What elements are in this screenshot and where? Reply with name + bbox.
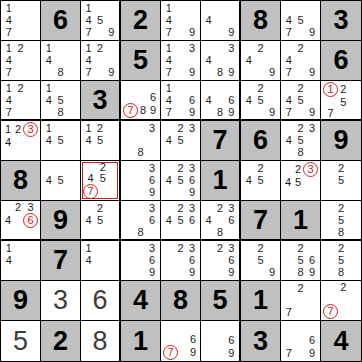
empty-candidate-slot bbox=[106, 214, 117, 226]
empty-candidate-slot bbox=[203, 347, 214, 360]
given-digit: 1 bbox=[293, 207, 308, 234]
candidate-2: 2 bbox=[175, 122, 187, 134]
given-digit: 1 bbox=[212, 167, 227, 194]
cell-r7c3[interactable]: 14 bbox=[81, 241, 121, 281]
candidate-1: 1 bbox=[3, 42, 15, 54]
empty-candidate-slot bbox=[55, 54, 67, 66]
candidate-grid: 1257 bbox=[321, 81, 361, 119]
candidate-8: 8 bbox=[335, 267, 347, 279]
candidate-8: 8 bbox=[55, 67, 67, 79]
cell-r4c5[interactable]: 2345 bbox=[161, 121, 201, 161]
cell-r1c1[interactable]: 147 bbox=[1, 1, 41, 41]
empty-candidate-slot bbox=[338, 108, 349, 119]
candidate-5: 5 bbox=[98, 173, 108, 184]
cell-r3c7[interactable]: 2459 bbox=[241, 81, 281, 121]
empty-candidate-slot bbox=[3, 202, 13, 213]
cell-r7c6[interactable]: 2369 bbox=[201, 241, 241, 281]
candidate-grid: 2479 bbox=[281, 41, 320, 80]
candidate-9: 9 bbox=[306, 27, 318, 39]
empty-candidate-slot bbox=[203, 202, 214, 214]
empty-candidate-slot bbox=[23, 228, 38, 238]
empty-candidate-slot bbox=[295, 322, 307, 335]
candidate-grid: 13479 bbox=[161, 41, 200, 80]
empty-candidate-slot bbox=[203, 335, 214, 348]
candidate-2: 2 bbox=[335, 202, 347, 214]
cell-r3c6[interactable]: 4689 bbox=[201, 81, 241, 121]
empty-candidate-slot bbox=[266, 162, 278, 174]
empty-candidate-slot bbox=[203, 242, 214, 254]
cell-r8c3[interactable]: 6 bbox=[81, 281, 121, 321]
candidate-8: 8 bbox=[135, 147, 147, 159]
candidate-4: 4 bbox=[283, 134, 295, 146]
empty-candidate-slot bbox=[226, 54, 237, 66]
empty-candidate-slot bbox=[94, 242, 105, 254]
red-circled-candidate-7: 7 bbox=[123, 103, 138, 118]
candidate-9: 9 bbox=[226, 347, 237, 360]
empty-candidate-slot bbox=[243, 187, 255, 199]
empty-candidate-slot bbox=[323, 254, 335, 266]
candidate-5: 5 bbox=[293, 177, 303, 188]
candidate-2: 2 bbox=[175, 242, 187, 254]
cell-r3c2[interactable]: 1458 bbox=[41, 81, 81, 121]
candidate-4: 4 bbox=[243, 54, 255, 66]
candidate-4: 4 bbox=[3, 54, 15, 66]
candidate-9: 9 bbox=[306, 67, 318, 79]
empty-candidate-slot bbox=[138, 92, 148, 103]
candidate-grid: 234569 bbox=[161, 161, 200, 200]
candidate-grid: 258 bbox=[321, 241, 361, 280]
empty-candidate-slot bbox=[26, 2, 38, 14]
cell-r4c1[interactable]: 1234 bbox=[1, 121, 41, 161]
empty-candidate-slot bbox=[123, 134, 135, 146]
empty-candidate-slot bbox=[214, 82, 225, 94]
given-digit: 9 bbox=[53, 207, 68, 234]
empty-candidate-slot bbox=[123, 242, 135, 254]
cell-r5c6[interactable]: 1 bbox=[201, 161, 241, 201]
given-digit: 3 bbox=[253, 328, 268, 355]
candidate-9: 9 bbox=[226, 106, 237, 118]
empty-candidate-slot bbox=[175, 267, 187, 279]
cell-r9c4[interactable]: 1 bbox=[121, 321, 161, 361]
given-digit: 8 bbox=[173, 287, 188, 314]
empty-candidate-slot bbox=[83, 147, 94, 159]
empty-candidate-slot bbox=[243, 267, 255, 279]
cell-r9c3[interactable]: 8 bbox=[81, 321, 121, 361]
empty-candidate-slot bbox=[188, 322, 198, 334]
cell-r2c8[interactable]: 2479 bbox=[281, 41, 321, 81]
cell-r9c5[interactable]: 679 bbox=[161, 321, 201, 361]
candidate-2: 2 bbox=[13, 202, 23, 213]
candidate-7: 7 bbox=[283, 27, 295, 39]
candidate-4: 4 bbox=[163, 134, 175, 146]
candidate-7: 7 bbox=[283, 67, 295, 79]
cell-r6c1[interactable]: 2346 bbox=[1, 201, 41, 241]
candidate-grid: 23458 bbox=[281, 121, 320, 160]
empty-candidate-slot bbox=[66, 67, 78, 79]
cell-r6c5[interactable]: 23456 bbox=[161, 201, 201, 241]
cell-r8c7[interactable]: 1 bbox=[241, 281, 281, 321]
cell-r6c8[interactable]: 1 bbox=[281, 201, 321, 241]
empty-candidate-slot bbox=[123, 214, 135, 226]
cell-r2c6[interactable]: 3489 bbox=[201, 41, 241, 81]
cell-r1c8[interactable]: 4579 bbox=[281, 1, 321, 41]
empty-candidate-slot bbox=[323, 202, 335, 214]
empty-candidate-slot bbox=[347, 187, 359, 199]
empty-candidate-slot bbox=[175, 94, 187, 106]
empty-candidate-slot bbox=[283, 2, 295, 14]
candidate-4: 4 bbox=[83, 254, 94, 266]
empty-candidate-slot bbox=[135, 162, 147, 174]
empty-candidate-slot bbox=[226, 14, 237, 26]
candidate-grid: 27 bbox=[321, 281, 361, 320]
empty-candidate-slot bbox=[266, 94, 278, 106]
candidate-9: 9 bbox=[186, 67, 198, 79]
candidate-grid: 369 bbox=[121, 241, 160, 280]
candidate-grid: 25689 bbox=[281, 241, 320, 280]
empty-candidate-slot bbox=[66, 134, 78, 146]
solved-digit: 3 bbox=[53, 287, 68, 314]
cell-r5c8[interactable]: 2345 bbox=[281, 161, 321, 201]
candidate-7: 7 bbox=[3, 67, 15, 79]
candidate-grid: 4579 bbox=[281, 1, 320, 40]
candidate-4: 4 bbox=[283, 14, 295, 26]
cell-r7c1[interactable]: 14 bbox=[1, 241, 41, 281]
empty-candidate-slot bbox=[175, 54, 187, 66]
empty-candidate-slot bbox=[106, 147, 117, 159]
candidate-3: 3 bbox=[146, 242, 158, 254]
candidate-slot-7: 7 bbox=[323, 304, 338, 319]
cell-r3c4[interactable]: 6789 bbox=[121, 81, 161, 121]
candidate-grid: 12479 bbox=[81, 41, 119, 80]
empty-candidate-slot bbox=[295, 27, 307, 39]
candidate-grid: 1479 bbox=[161, 1, 200, 40]
cell-r5c7[interactable]: 245 bbox=[241, 161, 281, 201]
candidate-grid: 49 bbox=[201, 1, 239, 40]
cell-r5c1[interactable]: 8 bbox=[1, 161, 41, 201]
cell-r5c5[interactable]: 234569 bbox=[161, 161, 201, 201]
cell-r8c9[interactable]: 27 bbox=[321, 281, 361, 321]
empty-candidate-slot bbox=[323, 267, 335, 279]
cell-r4c6[interactable]: 7 bbox=[201, 121, 241, 161]
empty-candidate-slot bbox=[55, 162, 67, 174]
candidate-2: 2 bbox=[335, 162, 347, 174]
candidate-4: 4 bbox=[283, 94, 295, 106]
empty-candidate-slot bbox=[323, 293, 338, 304]
empty-candidate-slot bbox=[106, 202, 117, 214]
candidate-1: 1 bbox=[83, 122, 94, 134]
candidate-2: 2 bbox=[295, 242, 307, 254]
candidate-grid: 14579 bbox=[81, 1, 119, 40]
candidate-slot-3: 3 bbox=[303, 162, 318, 177]
cell-r4c9[interactable]: 9 bbox=[321, 121, 361, 161]
empty-candidate-slot bbox=[306, 242, 318, 254]
cell-r2c7[interactable]: 249 bbox=[241, 41, 281, 81]
empty-candidate-slot bbox=[15, 267, 27, 279]
cell-r7c8[interactable]: 25689 bbox=[281, 241, 321, 281]
empty-candidate-slot bbox=[283, 322, 295, 335]
empty-candidate-slot bbox=[306, 307, 318, 319]
red-circled-candidate-6: 6 bbox=[23, 213, 38, 228]
cell-r2c4[interactable]: 5 bbox=[121, 41, 161, 81]
empty-candidate-slot bbox=[26, 94, 38, 106]
cell-r1c7[interactable]: 8 bbox=[241, 1, 281, 41]
candidate-4: 4 bbox=[203, 54, 214, 66]
empty-candidate-slot bbox=[226, 226, 237, 238]
candidate-9: 9 bbox=[106, 27, 117, 39]
empty-candidate-slot bbox=[15, 14, 27, 26]
empty-candidate-slot bbox=[94, 27, 105, 39]
candidate-5: 5 bbox=[55, 94, 67, 106]
empty-candidate-slot bbox=[203, 322, 214, 335]
empty-candidate-slot bbox=[186, 147, 198, 159]
empty-candidate-slot bbox=[43, 67, 55, 79]
cell-r3c1[interactable]: 1247 bbox=[1, 81, 41, 121]
candidate-8: 8 bbox=[138, 103, 148, 118]
candidate-4: 4 bbox=[203, 94, 214, 106]
given-digit: 3 bbox=[333, 7, 348, 34]
candidate-2: 2 bbox=[295, 82, 307, 94]
candidate-6: 6 bbox=[226, 335, 237, 348]
cell-r7c5[interactable]: 2369 bbox=[161, 241, 201, 281]
empty-candidate-slot bbox=[186, 14, 198, 26]
candidate-grid: 1247 bbox=[1, 41, 40, 80]
candidate-9: 9 bbox=[146, 187, 158, 199]
empty-candidate-slot bbox=[214, 2, 225, 14]
candidate-8: 8 bbox=[214, 67, 225, 79]
empty-candidate-slot bbox=[255, 267, 267, 279]
candidate-grid: 1245 bbox=[81, 121, 119, 160]
empty-candidate-slot bbox=[175, 254, 187, 266]
empty-candidate-slot bbox=[135, 202, 147, 214]
empty-candidate-slot bbox=[306, 147, 318, 159]
candidate-4: 4 bbox=[3, 14, 15, 26]
cell-r8c2[interactable]: 3 bbox=[41, 281, 81, 321]
empty-candidate-slot bbox=[66, 54, 78, 66]
candidate-5: 5 bbox=[55, 134, 67, 146]
empty-candidate-slot bbox=[135, 174, 147, 186]
empty-candidate-slot bbox=[347, 226, 359, 238]
cell-r5c3[interactable]: 2457 bbox=[81, 161, 121, 201]
cell-r3c5[interactable]: 14679 bbox=[161, 81, 201, 121]
candidate-7: 7 bbox=[163, 67, 175, 79]
cell-r6c2[interactable]: 9 bbox=[41, 201, 81, 241]
cell-r9c8[interactable]: 679 bbox=[281, 321, 321, 361]
cell-r7c2[interactable]: 7 bbox=[41, 241, 81, 281]
cell-r9c2[interactable]: 2 bbox=[41, 321, 81, 361]
cell-r3c3[interactable]: 3 bbox=[81, 81, 121, 121]
candidate-grid: 368 bbox=[121, 201, 160, 239]
cell-r2c2[interactable]: 148 bbox=[41, 41, 81, 81]
candidate-1: 1 bbox=[43, 42, 55, 54]
empty-candidate-slot bbox=[283, 254, 295, 266]
cell-r1c2[interactable]: 6 bbox=[41, 1, 81, 41]
cell-r2c5[interactable]: 13479 bbox=[161, 41, 201, 81]
cell-r8c5[interactable]: 8 bbox=[161, 281, 201, 321]
empty-candidate-slot bbox=[283, 147, 295, 159]
cell-r6c3[interactable]: 245 bbox=[81, 201, 121, 241]
empty-candidate-slot bbox=[349, 97, 360, 108]
empty-candidate-slot bbox=[108, 184, 118, 199]
empty-candidate-slot bbox=[26, 54, 38, 66]
candidate-6: 6 bbox=[306, 254, 318, 266]
cell-r1c9[interactable]: 3 bbox=[321, 1, 361, 41]
empty-candidate-slot bbox=[13, 213, 23, 228]
empty-candidate-slot bbox=[283, 242, 295, 254]
empty-candidate-slot bbox=[306, 294, 318, 306]
cell-r1c3[interactable]: 14579 bbox=[81, 1, 121, 41]
empty-candidate-slot bbox=[26, 42, 38, 54]
cell-r3c9[interactable]: 1257 bbox=[321, 81, 361, 121]
cell-r5c9[interactable]: 25 bbox=[321, 161, 361, 201]
candidate-2: 2 bbox=[214, 242, 225, 254]
empty-candidate-slot bbox=[323, 214, 335, 226]
empty-candidate-slot bbox=[266, 42, 278, 54]
cell-r9c9[interactable]: 4 bbox=[321, 321, 361, 361]
candidate-7: 7 bbox=[3, 106, 15, 118]
cell-r6c9[interactable]: 258 bbox=[321, 201, 361, 241]
cell-r1c4[interactable]: 2 bbox=[121, 1, 161, 41]
empty-candidate-slot bbox=[3, 267, 15, 279]
cell-r1c6[interactable]: 49 bbox=[201, 1, 241, 41]
empty-candidate-slot bbox=[94, 254, 105, 266]
cell-r7c9[interactable]: 258 bbox=[321, 241, 361, 281]
candidate-2: 2 bbox=[338, 282, 349, 293]
cell-r2c3[interactable]: 12479 bbox=[81, 41, 121, 81]
candidate-2: 2 bbox=[295, 282, 307, 294]
given-digit: 7 bbox=[253, 207, 268, 234]
empty-candidate-slot bbox=[123, 187, 135, 199]
cell-r9c7[interactable]: 3 bbox=[241, 321, 281, 361]
cell-r5c4[interactable]: 369 bbox=[121, 161, 161, 201]
empty-candidate-slot bbox=[13, 228, 23, 238]
cell-r8c8[interactable]: 27 bbox=[281, 281, 321, 321]
candidate-4: 4 bbox=[283, 54, 295, 66]
candidate-slot-3: 3 bbox=[23, 122, 38, 137]
empty-candidate-slot bbox=[135, 214, 147, 226]
cell-r7c7[interactable]: 259 bbox=[241, 241, 281, 281]
red-circled-candidate-3: 3 bbox=[303, 162, 318, 177]
empty-candidate-slot bbox=[123, 92, 138, 103]
candidate-4: 4 bbox=[3, 254, 15, 266]
empty-candidate-slot bbox=[175, 147, 187, 159]
candidate-7: 7 bbox=[3, 27, 15, 39]
empty-candidate-slot bbox=[123, 254, 135, 266]
red-circled-candidate-7: 7 bbox=[323, 304, 338, 319]
candidate-5: 5 bbox=[295, 14, 307, 26]
cell-r7c4[interactable]: 369 bbox=[121, 241, 161, 281]
empty-candidate-slot bbox=[55, 82, 67, 94]
given-digit: 7 bbox=[53, 247, 68, 274]
candidate-4: 4 bbox=[3, 137, 13, 148]
sudoku-app: 1476145792147949845793124714812479513479… bbox=[0, 0, 362, 362]
empty-candidate-slot bbox=[26, 67, 38, 79]
empty-candidate-slot bbox=[283, 282, 295, 294]
empty-candidate-slot bbox=[163, 202, 175, 214]
candidate-grid: 2345 bbox=[161, 121, 200, 160]
candidate-3: 3 bbox=[186, 42, 198, 54]
cell-r1c5[interactable]: 1479 bbox=[161, 1, 201, 41]
candidate-3: 3 bbox=[226, 242, 237, 254]
cell-r4c4[interactable]: 38 bbox=[121, 121, 161, 161]
empty-candidate-slot bbox=[283, 42, 295, 54]
cell-r8c1[interactable]: 9 bbox=[1, 281, 41, 321]
empty-candidate-slot bbox=[243, 162, 255, 174]
candidate-2: 2 bbox=[293, 162, 303, 177]
candidate-5: 5 bbox=[175, 174, 187, 186]
empty-candidate-slot bbox=[106, 254, 117, 266]
candidate-grid: 6789 bbox=[121, 81, 160, 119]
empty-candidate-slot bbox=[243, 67, 255, 79]
empty-candidate-slot bbox=[295, 54, 307, 66]
candidate-1: 1 bbox=[163, 42, 175, 54]
empty-candidate-slot bbox=[106, 14, 117, 26]
empty-candidate-slot bbox=[186, 226, 198, 238]
empty-candidate-slot bbox=[163, 334, 178, 346]
empty-candidate-slot bbox=[338, 304, 349, 319]
given-digit: 9 bbox=[13, 287, 28, 314]
candidate-4: 4 bbox=[203, 14, 214, 26]
candidate-4: 4 bbox=[163, 214, 175, 226]
candidate-2: 2 bbox=[295, 122, 307, 134]
cell-r3c8[interactable]: 24579 bbox=[281, 81, 321, 121]
cell-r9c6[interactable]: 69 bbox=[201, 321, 241, 361]
candidate-2: 2 bbox=[15, 42, 27, 54]
candidate-6: 6 bbox=[186, 94, 198, 106]
cell-r5c2[interactable]: 45 bbox=[41, 161, 81, 201]
empty-candidate-slot bbox=[15, 106, 27, 118]
cell-r4c8[interactable]: 23458 bbox=[281, 121, 321, 161]
cell-r8c6[interactable]: 5 bbox=[201, 281, 241, 321]
cell-r2c1[interactable]: 1247 bbox=[1, 41, 41, 81]
empty-candidate-slot bbox=[255, 187, 267, 199]
empty-candidate-slot bbox=[214, 347, 225, 360]
cell-r4c7[interactable]: 6 bbox=[241, 121, 281, 161]
cell-r8c4[interactable]: 4 bbox=[121, 281, 161, 321]
cell-r2c9[interactable]: 6 bbox=[321, 41, 361, 81]
candidate-2: 2 bbox=[255, 162, 267, 174]
empty-candidate-slot bbox=[203, 2, 214, 14]
candidate-grid: 2346 bbox=[1, 201, 40, 239]
empty-candidate-slot bbox=[203, 27, 214, 39]
empty-candidate-slot bbox=[83, 267, 94, 279]
empty-candidate-slot bbox=[26, 14, 38, 26]
cell-r6c7[interactable]: 7 bbox=[241, 201, 281, 241]
candidate-9: 9 bbox=[266, 106, 278, 118]
empty-candidate-slot bbox=[306, 82, 318, 94]
red-circled-candidate-3: 3 bbox=[23, 122, 38, 137]
empty-candidate-slot bbox=[94, 267, 105, 279]
cell-r6c4[interactable]: 368 bbox=[121, 201, 161, 241]
empty-candidate-slot bbox=[295, 106, 307, 118]
empty-candidate-slot bbox=[255, 106, 267, 118]
candidate-slot-7: 7 bbox=[163, 345, 178, 360]
candidate-9: 9 bbox=[186, 267, 198, 279]
cell-r4c2[interactable]: 145 bbox=[41, 121, 81, 161]
empty-candidate-slot bbox=[175, 226, 187, 238]
empty-candidate-slot bbox=[323, 162, 335, 174]
candidate-2: 2 bbox=[94, 42, 105, 54]
cell-r9c1[interactable]: 5 bbox=[1, 321, 41, 361]
cell-r4c3[interactable]: 1245 bbox=[81, 121, 121, 161]
empty-candidate-slot bbox=[175, 27, 187, 39]
empty-candidate-slot bbox=[106, 42, 117, 54]
empty-candidate-slot bbox=[214, 27, 225, 39]
empty-candidate-slot bbox=[163, 162, 175, 174]
empty-candidate-slot bbox=[23, 148, 38, 159]
cell-r6c6[interactable]: 23468 bbox=[201, 201, 241, 241]
empty-candidate-slot bbox=[106, 242, 117, 254]
empty-candidate-slot bbox=[55, 147, 67, 159]
